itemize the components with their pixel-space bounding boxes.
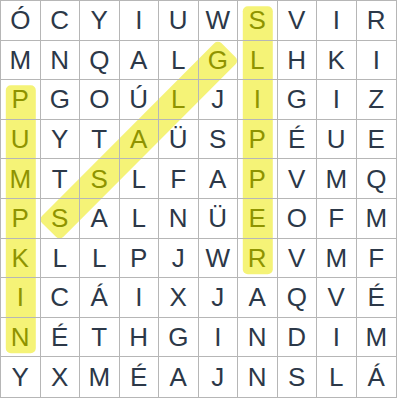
cell-letter: L	[92, 245, 106, 271]
grid-cell-r7c7[interactable]: R	[238, 239, 278, 279]
grid-cell-r1c6[interactable]: W	[199, 1, 239, 41]
grid-cell-r7c10[interactable]: F	[357, 239, 397, 279]
grid-cell-r6c9[interactable]: F	[317, 199, 357, 239]
grid-cell-r7c5[interactable]: J	[159, 239, 199, 279]
grid-cell-r6c8[interactable]: O	[278, 199, 318, 239]
cell-letter: W	[205, 245, 230, 271]
cell-letter: V	[328, 284, 345, 310]
grid-cell-r4c8[interactable]: É	[278, 120, 318, 160]
cell-letter: R	[248, 245, 267, 271]
grid-cell-r9c7[interactable]: N	[238, 318, 278, 358]
cell-letter: É	[288, 126, 305, 152]
grid-cell-r7c6[interactable]: W	[199, 239, 239, 279]
cell-letter: L	[329, 364, 343, 390]
grid-cell-r2c5[interactable]: L	[159, 41, 199, 81]
grid-cell-r10c10[interactable]: Á	[357, 357, 397, 397]
grid-cell-r5c4[interactable]: L	[120, 159, 160, 199]
grid-cell-r10c2[interactable]: X	[41, 357, 81, 397]
cell-letter: A	[130, 47, 147, 73]
cell-letter: G	[287, 86, 307, 112]
cell-letter: L	[171, 86, 185, 112]
cell-letter: A	[91, 205, 108, 231]
cell-letter: V	[288, 245, 305, 271]
grid-cell-r8c5[interactable]: X	[159, 278, 199, 318]
cell-letter: V	[288, 7, 305, 33]
grid-cell-r8c3[interactable]: Á	[80, 278, 120, 318]
cell-letter: A	[249, 284, 266, 310]
grid-cell-r2c3[interactable]: Q	[80, 41, 120, 81]
grid-cell-r1c4[interactable]: I	[120, 1, 160, 41]
grid-cell-r4c7[interactable]: P	[238, 120, 278, 160]
grid-cell-r10c3[interactable]: M	[80, 357, 120, 397]
cell-letter: L	[132, 166, 146, 192]
grid-cell-r5c1[interactable]: M	[1, 159, 41, 199]
grid-cell-r8c2[interactable]: C	[41, 278, 81, 318]
cell-letter: U	[327, 126, 346, 152]
grid-cell-r6c5[interactable]: N	[159, 199, 199, 239]
cell-letter: N	[11, 324, 30, 350]
cell-letter: T	[91, 324, 107, 350]
cell-letter: U	[169, 7, 188, 33]
grid-cell-r8c7[interactable]: A	[238, 278, 278, 318]
grid-cell-r3c5[interactable]: L	[159, 80, 199, 120]
cell-letter: N	[169, 205, 188, 231]
cell-letter: I	[333, 324, 340, 350]
grid-cell-r5c5[interactable]: F	[159, 159, 199, 199]
cell-letter: I	[135, 7, 142, 33]
grid-cell-r7c1[interactable]: K	[1, 239, 41, 279]
grid-cell-r2c6[interactable]: G	[199, 41, 239, 81]
grid-cell-r6c10[interactable]: M	[357, 199, 397, 239]
grid-cell-r4c6[interactable]: S	[199, 120, 239, 160]
cell-letter: M	[365, 324, 387, 350]
cell-letter: É	[130, 364, 147, 390]
grid-cell-r2c4[interactable]: A	[120, 41, 160, 81]
grid-cell-r9c6[interactable]: I	[199, 318, 239, 358]
grid-cell-r3c7[interactable]: I	[238, 80, 278, 120]
grid-cell-r4c5[interactable]: Ü	[159, 120, 199, 160]
grid-cell-r1c7[interactable]: S	[238, 1, 278, 41]
grid-cell-r9c3[interactable]: T	[80, 318, 120, 358]
cell-letter: Z	[368, 86, 384, 112]
grid-cell-r9c4[interactable]: H	[120, 318, 160, 358]
cell-letter: M	[325, 166, 347, 192]
grid-cell-r9c10[interactable]: M	[357, 318, 397, 358]
grid-cell-r1c9[interactable]: I	[317, 1, 357, 41]
cell-letter: M	[325, 245, 347, 271]
grid-cell-r5c6[interactable]: A	[199, 159, 239, 199]
grid-cell-r8c1[interactable]: I	[1, 278, 41, 318]
cell-letter: C	[50, 7, 69, 33]
grid-cell-r6c1[interactable]: P	[1, 199, 41, 239]
grid-cell-r3c3[interactable]: O	[80, 80, 120, 120]
cell-letter: N	[248, 324, 267, 350]
cell-letter: S	[249, 7, 266, 33]
grid-cell-r3c8[interactable]: G	[278, 80, 318, 120]
cell-letter: P	[130, 245, 147, 271]
cell-letter: É	[51, 324, 68, 350]
cell-letter: L	[171, 47, 185, 73]
grid-cell-r8c10[interactable]: É	[357, 278, 397, 318]
cell-letter: K	[328, 47, 345, 73]
grid-cell-r6c2[interactable]: S	[41, 199, 81, 239]
cell-letter: S	[209, 126, 226, 152]
grid-cell-r1c5[interactable]: U	[159, 1, 199, 41]
grid-cell-r5c9[interactable]: M	[317, 159, 357, 199]
grid-cell-r4c2[interactable]: Y	[41, 120, 81, 160]
grid-cell-r7c3[interactable]: L	[80, 239, 120, 279]
grid-cell-r5c3[interactable]: S	[80, 159, 120, 199]
cell-letter: J	[211, 364, 224, 390]
grid-cell-r4c9[interactable]: U	[317, 120, 357, 160]
grid-cell-r10c8[interactable]: S	[278, 357, 318, 397]
cell-letter: F	[328, 205, 344, 231]
cell-letter: M	[88, 364, 110, 390]
cell-letter: P	[249, 126, 266, 152]
cell-letter: N	[50, 47, 69, 73]
cell-letter: Y	[12, 364, 29, 390]
word-search-board: ÓCYIUWSVIRMNQALGLHKIPGOÚLJIGIZUYTAÜSPÉUE…	[0, 0, 397, 398]
grid-cell-r5c10[interactable]: Q	[357, 159, 397, 199]
grid-cell-r3c2[interactable]: G	[41, 80, 81, 120]
cell-letter: O	[89, 86, 109, 112]
grid-cell-r1c3[interactable]: Y	[80, 1, 120, 41]
cell-letter: L	[250, 47, 264, 73]
cell-letter: T	[91, 126, 107, 152]
cell-letter: S	[91, 166, 108, 192]
cell-letter: É	[368, 284, 385, 310]
grid-cell-r4c4[interactable]: A	[120, 120, 160, 160]
cell-letter: H	[287, 47, 306, 73]
cell-letter: A	[209, 166, 226, 192]
grid-cell-r3c6[interactable]: J	[199, 80, 239, 120]
cell-letter: Ü	[169, 126, 188, 152]
grid-cell-r5c8[interactable]: V	[278, 159, 318, 199]
cell-letter: E	[368, 126, 385, 152]
cell-letter: E	[249, 205, 266, 231]
cell-letter: G	[50, 86, 70, 112]
grid-cell-r7c8[interactable]: V	[278, 239, 318, 279]
cell-letter: X	[51, 364, 68, 390]
grid-cell-r9c2[interactable]: É	[41, 318, 81, 358]
grid-cell-r4c1[interactable]: U	[1, 120, 41, 160]
grid-cell-r10c7[interactable]: N	[238, 357, 278, 397]
grid-cell-r7c9[interactable]: M	[317, 239, 357, 279]
cell-letter: Y	[91, 7, 108, 33]
cell-letter: Q	[89, 47, 109, 73]
grid-cell-r10c6[interactable]: J	[199, 357, 239, 397]
grid-cell-r6c3[interactable]: A	[80, 199, 120, 239]
grid-cell-r5c2[interactable]: T	[41, 159, 81, 199]
cell-letter: F	[170, 166, 186, 192]
grid-cell-r10c4[interactable]: É	[120, 357, 160, 397]
grid-cell-r6c4[interactable]: L	[120, 199, 160, 239]
grid-cell-r2c9[interactable]: K	[317, 41, 357, 81]
grid-cell-r9c5[interactable]: G	[159, 318, 199, 358]
cell-letter: F	[368, 245, 384, 271]
cell-letter: D	[287, 324, 306, 350]
cell-letter: Ü	[208, 205, 227, 231]
cell-letter: R	[367, 7, 386, 33]
grid-cell-r8c4[interactable]: I	[120, 278, 160, 318]
grid-cell-r1c10[interactable]: R	[357, 1, 397, 41]
cell-letter: M	[9, 166, 31, 192]
grid-cell-r1c1[interactable]: Ó	[1, 1, 41, 41]
cell-letter: T	[52, 166, 68, 192]
cell-letter: J	[211, 284, 224, 310]
cell-letter: I	[373, 47, 380, 73]
grid-cell-r3c10[interactable]: Z	[357, 80, 397, 120]
cell-letter: C	[50, 284, 69, 310]
grid-cell-r4c10[interactable]: E	[357, 120, 397, 160]
grid-cell-r9c8[interactable]: D	[278, 318, 318, 358]
cell-letter: N	[248, 364, 267, 390]
cell-letter: J	[172, 245, 185, 271]
cell-letter: P	[12, 86, 29, 112]
cell-letter: I	[333, 7, 340, 33]
cell-letter: O	[287, 205, 307, 231]
cell-letter: Q	[287, 284, 307, 310]
cell-letter: Á	[368, 364, 385, 390]
cell-letter: I	[254, 86, 261, 112]
cell-letter: A	[130, 126, 147, 152]
cell-letter: Ó	[10, 7, 30, 33]
grid-cell-r8c6[interactable]: J	[199, 278, 239, 318]
cell-letter: A	[170, 364, 187, 390]
cell-letter: M	[365, 205, 387, 231]
cell-letter: I	[214, 324, 221, 350]
cell-letter: U	[11, 126, 30, 152]
grid-cell-r5c7[interactable]: P	[238, 159, 278, 199]
cell-letter: P	[12, 205, 29, 231]
grid-cell-r6c7[interactable]: E	[238, 199, 278, 239]
cell-letter: I	[333, 86, 340, 112]
cell-letter: Q	[366, 166, 386, 192]
cell-letter: K	[12, 245, 29, 271]
cell-letter: X	[170, 284, 187, 310]
cell-letter: Á	[91, 284, 108, 310]
grid-cell-r8c9[interactable]: V	[317, 278, 357, 318]
cell-letter: Y	[51, 126, 68, 152]
cell-letter: S	[288, 364, 305, 390]
cell-letter: W	[205, 7, 230, 33]
cell-letter: L	[53, 245, 67, 271]
grid-cell-r2c10[interactable]: I	[357, 41, 397, 81]
grid-cell-r1c2[interactable]: C	[41, 1, 81, 41]
cell-letter: S	[51, 205, 68, 231]
grid-cell-r3c4[interactable]: Ú	[120, 80, 160, 120]
grid-cell-r9c9[interactable]: I	[317, 318, 357, 358]
cell-letter: I	[17, 284, 24, 310]
grid-cell-r1c8[interactable]: V	[278, 1, 318, 41]
cell-letter: G	[168, 324, 188, 350]
grid-cell-r6c6[interactable]: Ü	[199, 199, 239, 239]
grid-cell-r2c7[interactable]: L	[238, 41, 278, 81]
grid-cell-r10c1[interactable]: Y	[1, 357, 41, 397]
grid-cell-r7c4[interactable]: P	[120, 239, 160, 279]
cell-letter: L	[132, 205, 146, 231]
grid-cell-r7c2[interactable]: L	[41, 239, 81, 279]
cell-letter: I	[135, 284, 142, 310]
cell-letter: G	[208, 47, 228, 73]
grid-cell-r10c9[interactable]: L	[317, 357, 357, 397]
cell-letter: Ú	[129, 86, 148, 112]
grid-cell-r4c3[interactable]: T	[80, 120, 120, 160]
cell-letter: V	[288, 166, 305, 192]
grid-cell-r3c1[interactable]: P	[1, 80, 41, 120]
grid-cell-r8c8[interactable]: Q	[278, 278, 318, 318]
grid-cell-r10c5[interactable]: A	[159, 357, 199, 397]
grid-cell-r2c8[interactable]: H	[278, 41, 318, 81]
cell-letter: P	[249, 166, 266, 192]
grid-cell-r2c2[interactable]: N	[41, 41, 81, 81]
grid-cell-r9c1[interactable]: N	[1, 318, 41, 358]
cell-letter: J	[211, 86, 224, 112]
grid-cell-r3c9[interactable]: I	[317, 80, 357, 120]
cell-letter: H	[129, 324, 148, 350]
grid-cell-r2c1[interactable]: M	[1, 41, 41, 81]
cell-letter: M	[9, 47, 31, 73]
